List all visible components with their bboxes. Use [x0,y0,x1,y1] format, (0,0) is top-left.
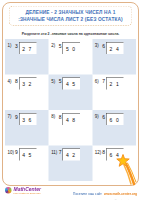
divisor: 8 [102,149,105,156]
problem-number: 6) [95,78,103,84]
problem-cell: 5) 5 45 [49,75,93,111]
worksheet-page: ДЕЛЕНИЕ - 2 ЗНАЧНЫХ ЧИСЕЛ НА 1 :ЗНАЧНЫЕ … [0,0,141,200]
problem-cell: 7) 9 36 [5,110,49,146]
division-bracket: 36 [19,113,37,125]
divisor: 5 [59,42,62,49]
problem-cell: 4) 8 32 [5,75,49,111]
divisor: 7 [102,78,105,85]
divisor: 9 [15,149,18,156]
site-url-link: www.math-center.org [104,192,137,196]
division-bracket: 48 [62,113,80,125]
problem-cell: 8) 8 48 [49,110,93,146]
division-problem: 3) 6 24 [95,42,136,54]
problem-number: 2) [51,42,59,48]
divisor: 6 [102,42,105,49]
division-problem: 7) 9 36 [8,113,49,125]
problem-number: 7) [8,113,16,119]
divisor: 8 [15,78,18,85]
division-bracket: 45 [62,78,80,90]
instructions-text: Разделите эти 2 -значные числа на однозн… [0,32,141,36]
page-title: ДЕЛЕНИЕ - 2 ЗНАЧНЫХ ЧИСЕЛ НА 1 :ЗНАЧНЫЕ … [13,9,129,23]
problem-number: 10) [8,149,16,155]
dividend: 50 [66,46,79,52]
problem-cell: 2) 5 50 [49,39,93,75]
divisor: 3 [15,42,18,49]
dividend: 36 [22,117,35,123]
copyright-text: Copyright © MathCenter 2020 [73,198,137,200]
flower-logo-icon [5,187,12,194]
division-bracket: 42 [62,149,80,161]
problem-number: 12) [95,149,103,155]
brand-block: MathCenter Free Math For Everyone [5,186,41,195]
problem-number: 4) [8,78,16,84]
divisor: 7 [59,149,62,156]
division-bracket: 24 [106,42,124,54]
dividend: 45 [22,153,35,159]
division-problem: 1) 3 27 [8,42,49,54]
site-block: Посетите наш сайт www.math-center.org Co… [73,186,137,200]
problem-number: 5) [51,78,59,84]
divisor: 8 [59,113,62,120]
dividend: 60 [110,117,123,123]
division-problem: 6) 7 21 [95,78,136,90]
division-problem: 5) 5 45 [51,78,92,90]
division-bracket: 21 [106,78,124,90]
division-bracket: 32 [19,78,37,90]
division-bracket: 50 [62,42,80,54]
dividend: 24 [110,46,123,52]
problem-number: 8) [51,113,59,119]
dividend: 48 [66,117,79,123]
problem-cell: 1) 3 27 [5,39,49,75]
problem-cell: 11) 7 42 [49,146,93,182]
problem-number: 1) [8,42,16,48]
dividend: 32 [22,82,35,88]
divisor: 5 [59,78,62,85]
problem-cell: 9) 6 60 [92,110,136,146]
shooting-star-icon [115,154,137,187]
problem-cell: 3) 6 24 [92,39,136,75]
site-label: Посетите наш сайт [73,192,102,196]
divisor: 9 [15,113,18,120]
division-problem: 9) 6 60 [95,113,136,125]
division-bracket: 60 [106,113,124,125]
problem-number: 3) [95,42,103,48]
problem-number: 11) [51,149,59,155]
division-bracket: 27 [19,42,37,54]
brand-tagline: Free Math For Everyone [14,192,42,195]
division-bracket: 45 [19,149,37,161]
division-problem: 8) 8 48 [51,113,92,125]
dividend: 42 [66,153,79,159]
problem-cell: 10) 9 45 [5,146,49,182]
problem-number: 9) [95,113,103,119]
divisor: 6 [102,113,105,120]
dividend: 27 [22,46,35,52]
division-problem: 4) 8 32 [8,78,49,90]
dividend: 45 [66,82,79,88]
dividend: 21 [110,82,123,88]
division-problem: 11) 7 42 [51,149,92,161]
problem-cell: 6) 7 21 [92,75,136,111]
division-problem: 10) 9 45 [8,149,49,161]
footer: MathCenter Free Math For Everyone Посети… [5,186,137,199]
title-box: ДЕЛЕНИЕ - 2 ЗНАЧНЫХ ЧИСЕЛ НА 1 :ЗНАЧНЫЕ … [9,6,132,25]
division-problem: 2) 5 50 [51,42,92,54]
